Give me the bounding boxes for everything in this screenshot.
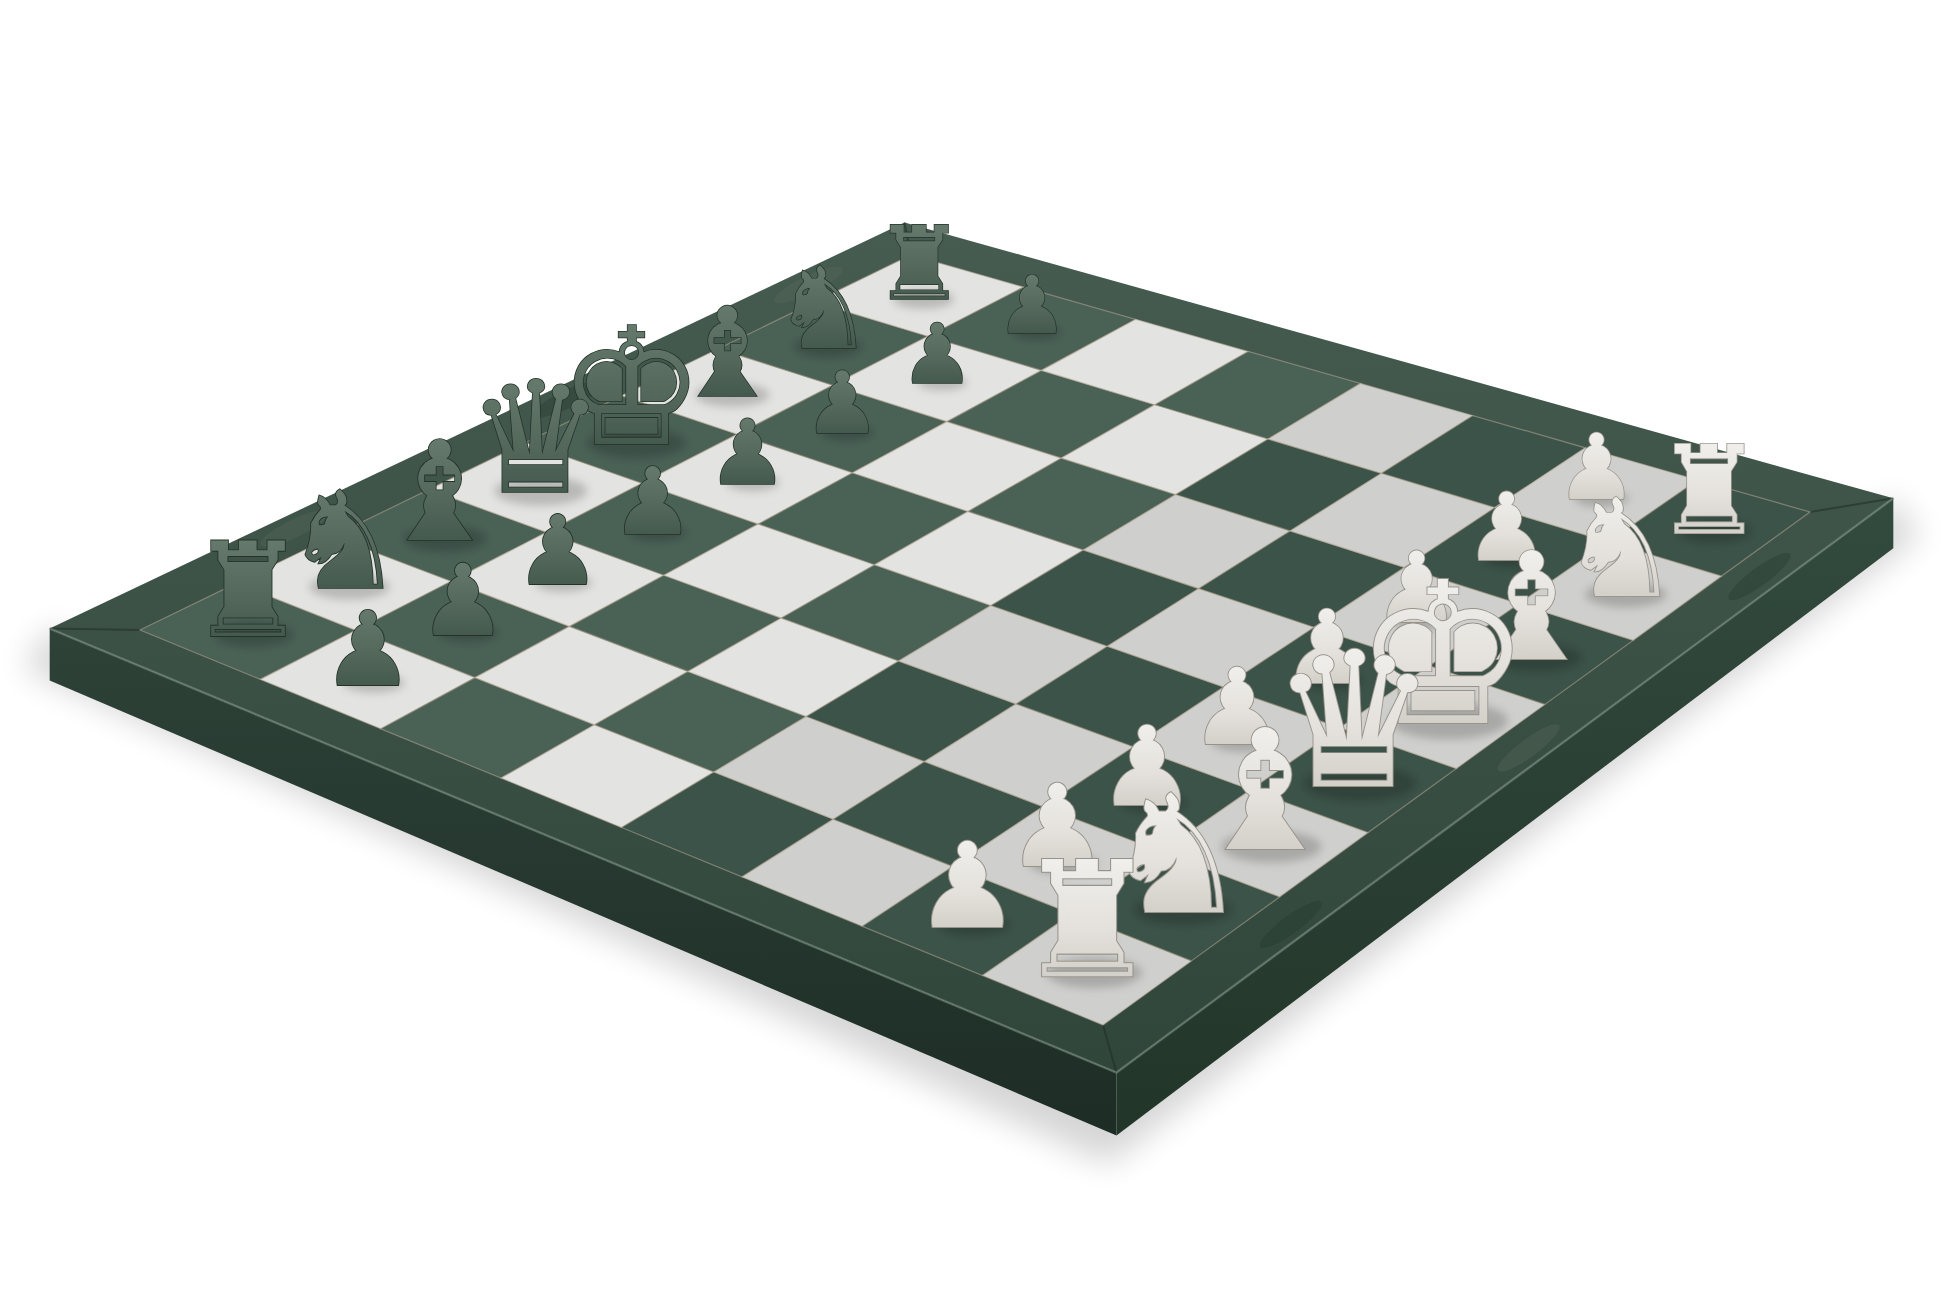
piece-green-pawn-c7[interactable]: ♟: [515, 495, 601, 607]
piece-white-pawn-a2[interactable]: ♟: [915, 817, 1021, 955]
piece-green-pawn-f7[interactable]: ♟: [804, 353, 881, 453]
piece-green-rook-a8[interactable]: ♜: [189, 514, 306, 667]
piece-green-pawn-b7[interactable]: ♟: [419, 543, 508, 658]
piece-green-pawn-e7[interactable]: ♟: [707, 400, 788, 505]
border-mitre-seam: [50, 629, 140, 630]
scene: ♜♟♞♟♝♟♚♟♛♟♜♟♝♟♟♞♞♟♟♜♝♟♟♚♟♛♟♝♟♞♟♜: [0, 0, 1944, 1296]
marble-chessboard: ♜♟♞♟♝♟♚♟♛♟♜♟♝♟♟♞♞♟♟♜♝♟♟♚♟♛♟♝♟♞♟♜: [0, 0, 1944, 1296]
piece-white-rook-a1[interactable]: ♜: [1016, 827, 1159, 1014]
piece-green-pawn-g7[interactable]: ♟: [900, 306, 974, 403]
piece-green-pawn-a7[interactable]: ♟: [322, 589, 414, 709]
piece-green-pawn-d7[interactable]: ♟: [611, 448, 694, 556]
piece-green-pawn-h7[interactable]: ♟: [996, 259, 1068, 352]
